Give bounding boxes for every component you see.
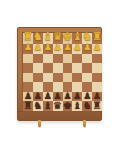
square-r0c7: ♜ bbox=[92, 33, 102, 44]
square-r5c7 bbox=[92, 82, 102, 92]
square-r7c5: ♝ bbox=[72, 101, 82, 111]
square-r5c0 bbox=[23, 82, 33, 92]
square-r1c4: ♟ bbox=[63, 44, 73, 54]
square-r0c1: ♞ bbox=[33, 33, 43, 44]
square-r1c3: ♟ bbox=[53, 44, 63, 54]
square-r1c7: ♟ bbox=[92, 44, 102, 54]
square-r0c3: ♛ bbox=[53, 33, 63, 44]
square-r1c6: ♟ bbox=[82, 44, 92, 54]
square-r1c2: ♟ bbox=[43, 44, 53, 54]
board-bottom-edge bbox=[18, 111, 101, 112]
square-r0c5: ♝ bbox=[72, 33, 82, 44]
chess-piece-bP: ♟ bbox=[93, 92, 101, 101]
chess-board: ♜♞♝♛♚♝♞♜♟♟♟♟♟♟♟♟♟♟♟♟♟♟♟♟♜♞♝♛♚♝♞♜ bbox=[17, 27, 102, 121]
square-r4c6 bbox=[82, 73, 92, 83]
board-grid: ♜♞♝♛♚♝♞♜♟♟♟♟♟♟♟♟♟♟♟♟♟♟♟♟♜♞♝♛♚♝♞♜ bbox=[23, 33, 96, 111]
square-r1c0: ♟ bbox=[23, 44, 33, 54]
square-r6c5: ♟ bbox=[72, 92, 82, 102]
chess-piece-wB: ♝ bbox=[43, 31, 53, 42]
square-r7c4: ♚ bbox=[63, 101, 73, 111]
square-r2c6 bbox=[82, 54, 92, 64]
square-r6c6: ♟ bbox=[82, 92, 92, 102]
square-r7c6: ♞ bbox=[82, 101, 92, 111]
square-r6c3: ♟ bbox=[53, 92, 63, 102]
chess-piece-bP: ♟ bbox=[54, 92, 62, 101]
square-r4c4 bbox=[63, 73, 73, 83]
chess-piece-wP: ♟ bbox=[54, 43, 62, 52]
chess-piece-bP: ♟ bbox=[44, 92, 52, 101]
square-r2c2 bbox=[43, 54, 53, 64]
square-r0c0: ♜ bbox=[23, 33, 33, 44]
chess-piece-bP: ♟ bbox=[24, 92, 32, 101]
square-r6c1: ♟ bbox=[33, 92, 43, 102]
square-r7c0: ♜ bbox=[23, 101, 33, 111]
square-r4c1 bbox=[33, 73, 43, 83]
square-r6c0: ♟ bbox=[23, 92, 33, 102]
chess-piece-wP: ♟ bbox=[34, 43, 42, 52]
square-r4c5 bbox=[72, 73, 82, 83]
square-r3c6 bbox=[82, 63, 92, 73]
chess-piece-wP: ♟ bbox=[63, 43, 71, 52]
square-r5c6 bbox=[82, 82, 92, 92]
square-r2c3 bbox=[53, 54, 63, 64]
square-r5c5 bbox=[72, 82, 82, 92]
chess-piece-wQ: ♛ bbox=[53, 31, 63, 42]
square-r0c4: ♚ bbox=[63, 33, 73, 44]
chess-piece-bQ: ♛ bbox=[53, 101, 62, 111]
square-r5c2 bbox=[43, 82, 53, 92]
square-r5c4 bbox=[63, 82, 73, 92]
square-r7c2: ♝ bbox=[43, 101, 53, 111]
square-r4c3 bbox=[53, 73, 63, 83]
square-r2c0 bbox=[23, 54, 33, 64]
chess-piece-bR: ♜ bbox=[93, 101, 102, 111]
chess-piece-wP: ♟ bbox=[73, 43, 81, 52]
square-r5c3 bbox=[53, 82, 63, 92]
square-r2c1 bbox=[33, 54, 43, 64]
square-r3c5 bbox=[72, 63, 82, 73]
square-r3c7 bbox=[92, 63, 102, 73]
chess-piece-bB: ♝ bbox=[43, 101, 52, 111]
product-photo: ♜♞♝♛♚♝♞♜♟♟♟♟♟♟♟♟♟♟♟♟♟♟♟♟♜♞♝♛♚♝♞♜ bbox=[0, 0, 120, 144]
square-r3c4 bbox=[63, 63, 73, 73]
chess-piece-wR: ♜ bbox=[23, 31, 33, 42]
chess-piece-wP: ♟ bbox=[44, 43, 52, 52]
chess-piece-bK: ♚ bbox=[63, 101, 72, 111]
chess-piece-wP: ♟ bbox=[93, 43, 101, 52]
square-r3c0 bbox=[23, 63, 33, 73]
chess-piece-bB: ♝ bbox=[73, 101, 82, 111]
square-r6c7: ♟ bbox=[92, 92, 102, 102]
square-r1c5: ♟ bbox=[72, 44, 82, 54]
square-r7c7: ♜ bbox=[92, 101, 102, 111]
square-r0c6: ♞ bbox=[82, 33, 92, 44]
chess-piece-wP: ♟ bbox=[24, 43, 32, 52]
chess-piece-bP: ♟ bbox=[34, 92, 42, 101]
square-r4c2 bbox=[43, 73, 53, 83]
hinge-left bbox=[38, 120, 41, 127]
chess-piece-wN: ♞ bbox=[82, 31, 92, 42]
chess-piece-bP: ♟ bbox=[73, 92, 81, 101]
square-r4c7 bbox=[92, 73, 102, 83]
square-r5c1 bbox=[33, 82, 43, 92]
square-r2c7 bbox=[92, 54, 102, 64]
square-r0c2: ♝ bbox=[43, 33, 53, 44]
chess-piece-wR: ♜ bbox=[92, 31, 102, 42]
chess-piece-wP: ♟ bbox=[83, 43, 91, 52]
square-r6c4: ♟ bbox=[63, 92, 73, 102]
chess-piece-wN: ♞ bbox=[33, 31, 43, 42]
chess-piece-bP: ♟ bbox=[63, 92, 71, 101]
square-r3c2 bbox=[43, 63, 53, 73]
square-r2c5 bbox=[72, 54, 82, 64]
square-r3c1 bbox=[33, 63, 43, 73]
square-r2c4 bbox=[63, 54, 73, 64]
hinge-right bbox=[83, 120, 86, 127]
chess-piece-bN: ♞ bbox=[33, 101, 42, 111]
chess-piece-bP: ♟ bbox=[83, 92, 91, 101]
square-r4c0 bbox=[23, 73, 33, 83]
square-r7c1: ♞ bbox=[33, 101, 43, 111]
square-r7c3: ♛ bbox=[53, 101, 63, 111]
square-r1c1: ♟ bbox=[33, 44, 43, 54]
chess-piece-wK: ♚ bbox=[63, 31, 73, 42]
chess-piece-bR: ♜ bbox=[23, 101, 32, 111]
square-r6c2: ♟ bbox=[43, 92, 53, 102]
chess-piece-wB: ♝ bbox=[72, 31, 82, 42]
chess-piece-bN: ♞ bbox=[83, 101, 92, 111]
square-r3c3 bbox=[53, 63, 63, 73]
